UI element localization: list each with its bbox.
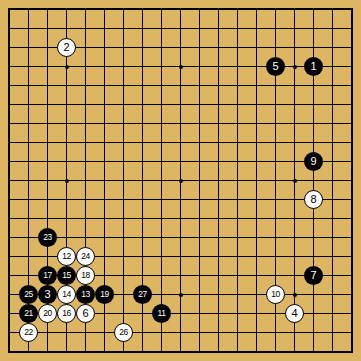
board-intersection[interactable] bbox=[38, 323, 57, 342]
board-intersection[interactable] bbox=[304, 228, 323, 247]
board-intersection[interactable] bbox=[342, 209, 361, 228]
board-intersection[interactable] bbox=[76, 0, 95, 19]
board-intersection[interactable] bbox=[228, 266, 247, 285]
board-intersection[interactable] bbox=[114, 133, 133, 152]
board-intersection[interactable] bbox=[19, 114, 38, 133]
board-intersection[interactable] bbox=[190, 304, 209, 323]
board-intersection[interactable] bbox=[266, 76, 285, 95]
board-intersection[interactable] bbox=[114, 152, 133, 171]
board-intersection[interactable] bbox=[152, 152, 171, 171]
board-intersection[interactable]: 9 bbox=[304, 152, 323, 171]
board-intersection[interactable] bbox=[95, 19, 114, 38]
board-intersection[interactable] bbox=[19, 171, 38, 190]
board-intersection[interactable] bbox=[285, 247, 304, 266]
board-intersection[interactable] bbox=[266, 209, 285, 228]
board-intersection[interactable] bbox=[133, 95, 152, 114]
board-intersection[interactable] bbox=[152, 285, 171, 304]
board-intersection[interactable] bbox=[114, 228, 133, 247]
board-intersection[interactable] bbox=[285, 76, 304, 95]
board-intersection[interactable] bbox=[342, 228, 361, 247]
board-intersection[interactable] bbox=[228, 76, 247, 95]
board-intersection[interactable] bbox=[247, 19, 266, 38]
board-intersection[interactable] bbox=[266, 152, 285, 171]
board-intersection[interactable] bbox=[190, 0, 209, 19]
board-intersection[interactable] bbox=[114, 342, 133, 361]
board-intersection[interactable] bbox=[95, 171, 114, 190]
board-intersection[interactable] bbox=[190, 247, 209, 266]
board-intersection[interactable] bbox=[95, 190, 114, 209]
board-intersection[interactable] bbox=[114, 285, 133, 304]
board-intersection[interactable] bbox=[19, 0, 38, 19]
board-intersection[interactable] bbox=[285, 0, 304, 19]
board-intersection[interactable] bbox=[209, 171, 228, 190]
board-intersection[interactable] bbox=[0, 190, 19, 209]
board-intersection[interactable] bbox=[76, 228, 95, 247]
board-intersection[interactable] bbox=[247, 133, 266, 152]
board-intersection[interactable] bbox=[19, 247, 38, 266]
board-intersection[interactable] bbox=[133, 342, 152, 361]
board-intersection[interactable] bbox=[228, 171, 247, 190]
board-intersection[interactable] bbox=[228, 114, 247, 133]
board-intersection[interactable] bbox=[57, 342, 76, 361]
board-intersection[interactable] bbox=[266, 19, 285, 38]
board-intersection[interactable] bbox=[342, 285, 361, 304]
board-intersection[interactable] bbox=[285, 133, 304, 152]
board-intersection[interactable] bbox=[209, 228, 228, 247]
board-intersection[interactable] bbox=[247, 304, 266, 323]
board-intersection[interactable] bbox=[0, 266, 19, 285]
board-intersection[interactable] bbox=[0, 76, 19, 95]
board-intersection[interactable]: 11 bbox=[152, 304, 171, 323]
board-intersection[interactable] bbox=[152, 19, 171, 38]
board-intersection[interactable] bbox=[171, 19, 190, 38]
board-intersection[interactable] bbox=[19, 38, 38, 57]
board-intersection[interactable] bbox=[133, 209, 152, 228]
board-intersection[interactable] bbox=[285, 114, 304, 133]
board-intersection[interactable] bbox=[76, 323, 95, 342]
board-intersection[interactable] bbox=[209, 209, 228, 228]
board-intersection[interactable] bbox=[57, 114, 76, 133]
board-intersection[interactable] bbox=[228, 0, 247, 19]
board-intersection[interactable] bbox=[152, 95, 171, 114]
board-intersection[interactable] bbox=[152, 114, 171, 133]
board-intersection[interactable]: 8 bbox=[304, 190, 323, 209]
board-intersection[interactable]: 21 bbox=[19, 304, 38, 323]
board-intersection[interactable] bbox=[304, 76, 323, 95]
board-intersection[interactable] bbox=[152, 209, 171, 228]
board-intersection[interactable] bbox=[190, 171, 209, 190]
board-intersection[interactable] bbox=[57, 190, 76, 209]
board-intersection[interactable] bbox=[323, 171, 342, 190]
board-intersection[interactable] bbox=[114, 19, 133, 38]
board-intersection[interactable]: 26 bbox=[114, 323, 133, 342]
board-intersection[interactable] bbox=[266, 304, 285, 323]
board-intersection[interactable] bbox=[209, 19, 228, 38]
board-intersection[interactable] bbox=[171, 228, 190, 247]
board-intersection[interactable] bbox=[209, 266, 228, 285]
board-intersection[interactable] bbox=[323, 152, 342, 171]
board-intersection[interactable] bbox=[19, 266, 38, 285]
board-intersection[interactable] bbox=[133, 57, 152, 76]
board-intersection[interactable] bbox=[114, 304, 133, 323]
board-intersection[interactable] bbox=[266, 171, 285, 190]
board-intersection[interactable] bbox=[266, 95, 285, 114]
board-intersection[interactable] bbox=[247, 190, 266, 209]
board-intersection[interactable] bbox=[76, 114, 95, 133]
board-intersection[interactable] bbox=[76, 342, 95, 361]
board-intersection[interactable] bbox=[285, 152, 304, 171]
board-intersection[interactable] bbox=[133, 266, 152, 285]
board-intersection[interactable]: 25 bbox=[19, 285, 38, 304]
board-intersection[interactable] bbox=[171, 323, 190, 342]
board-intersection[interactable] bbox=[152, 57, 171, 76]
board-intersection[interactable] bbox=[323, 323, 342, 342]
board-intersection[interactable] bbox=[0, 114, 19, 133]
board-intersection[interactable] bbox=[38, 38, 57, 57]
board-intersection[interactable] bbox=[0, 209, 19, 228]
board-intersection[interactable] bbox=[323, 133, 342, 152]
board-intersection[interactable] bbox=[209, 0, 228, 19]
board-intersection[interactable] bbox=[133, 228, 152, 247]
board-intersection[interactable] bbox=[247, 209, 266, 228]
board-intersection[interactable] bbox=[266, 190, 285, 209]
board-intersection[interactable] bbox=[266, 266, 285, 285]
board-intersection[interactable] bbox=[209, 342, 228, 361]
board-intersection[interactable] bbox=[247, 0, 266, 19]
board-intersection[interactable] bbox=[152, 190, 171, 209]
board-intersection[interactable] bbox=[133, 190, 152, 209]
board-intersection[interactable] bbox=[209, 95, 228, 114]
board-intersection[interactable] bbox=[247, 57, 266, 76]
board-intersection[interactable] bbox=[266, 228, 285, 247]
board-intersection[interactable] bbox=[19, 190, 38, 209]
board-intersection[interactable] bbox=[266, 323, 285, 342]
board-intersection[interactable] bbox=[266, 342, 285, 361]
board-intersection[interactable] bbox=[228, 228, 247, 247]
board-intersection[interactable] bbox=[304, 38, 323, 57]
board-intersection[interactable] bbox=[0, 247, 19, 266]
board-intersection[interactable] bbox=[152, 171, 171, 190]
board-intersection[interactable] bbox=[38, 133, 57, 152]
board-intersection[interactable] bbox=[190, 133, 209, 152]
board-intersection[interactable] bbox=[152, 133, 171, 152]
board-intersection[interactable] bbox=[76, 76, 95, 95]
board-intersection[interactable] bbox=[57, 228, 76, 247]
board-intersection[interactable] bbox=[285, 323, 304, 342]
board-intersection[interactable]: 10 bbox=[266, 285, 285, 304]
board-intersection[interactable] bbox=[247, 285, 266, 304]
board-intersection[interactable] bbox=[171, 247, 190, 266]
board-intersection[interactable] bbox=[228, 342, 247, 361]
board-intersection[interactable]: 17 bbox=[38, 266, 57, 285]
board-intersection[interactable] bbox=[304, 285, 323, 304]
board-intersection[interactable] bbox=[114, 0, 133, 19]
board-intersection[interactable] bbox=[76, 190, 95, 209]
board-intersection[interactable] bbox=[209, 152, 228, 171]
board-intersection[interactable] bbox=[304, 171, 323, 190]
board-intersection[interactable] bbox=[19, 133, 38, 152]
board-intersection[interactable] bbox=[228, 323, 247, 342]
board-intersection[interactable] bbox=[266, 114, 285, 133]
board-intersection[interactable] bbox=[342, 57, 361, 76]
board-intersection[interactable] bbox=[228, 57, 247, 76]
board-intersection[interactable] bbox=[133, 323, 152, 342]
board-intersection[interactable] bbox=[133, 76, 152, 95]
board-intersection[interactable] bbox=[57, 323, 76, 342]
board-intersection[interactable] bbox=[57, 76, 76, 95]
board-intersection[interactable]: 14 bbox=[57, 285, 76, 304]
board-intersection[interactable]: 6 bbox=[76, 304, 95, 323]
board-intersection[interactable] bbox=[323, 342, 342, 361]
board-intersection[interactable]: 27 bbox=[133, 285, 152, 304]
board-intersection[interactable]: 3 bbox=[38, 285, 57, 304]
board-intersection[interactable] bbox=[95, 76, 114, 95]
board-intersection[interactable] bbox=[95, 304, 114, 323]
board-intersection[interactable] bbox=[152, 266, 171, 285]
board-intersection[interactable] bbox=[342, 76, 361, 95]
board-intersection[interactable] bbox=[209, 57, 228, 76]
board-intersection[interactable] bbox=[342, 171, 361, 190]
board-intersection[interactable] bbox=[95, 133, 114, 152]
board-intersection[interactable] bbox=[209, 133, 228, 152]
board-intersection[interactable] bbox=[38, 114, 57, 133]
board-intersection[interactable] bbox=[228, 38, 247, 57]
board-intersection[interactable] bbox=[209, 114, 228, 133]
board-intersection[interactable] bbox=[190, 228, 209, 247]
board-intersection[interactable]: 1 bbox=[304, 57, 323, 76]
board-intersection[interactable] bbox=[95, 114, 114, 133]
board-intersection[interactable] bbox=[323, 0, 342, 19]
board-intersection[interactable] bbox=[114, 95, 133, 114]
board-intersection[interactable] bbox=[152, 0, 171, 19]
board-intersection[interactable] bbox=[209, 285, 228, 304]
board-intersection[interactable] bbox=[95, 247, 114, 266]
board-intersection[interactable] bbox=[133, 171, 152, 190]
board-intersection[interactable] bbox=[323, 76, 342, 95]
board-intersection[interactable] bbox=[323, 95, 342, 114]
board-intersection[interactable] bbox=[38, 19, 57, 38]
board-intersection[interactable] bbox=[171, 38, 190, 57]
board-intersection[interactable] bbox=[171, 152, 190, 171]
board-intersection[interactable] bbox=[38, 171, 57, 190]
board-intersection[interactable] bbox=[38, 152, 57, 171]
board-intersection[interactable] bbox=[285, 95, 304, 114]
board-intersection[interactable] bbox=[209, 76, 228, 95]
board-intersection[interactable] bbox=[171, 95, 190, 114]
board-intersection[interactable] bbox=[323, 247, 342, 266]
board-intersection[interactable] bbox=[38, 247, 57, 266]
board-intersection[interactable] bbox=[171, 76, 190, 95]
board-intersection[interactable] bbox=[323, 266, 342, 285]
board-intersection[interactable] bbox=[323, 57, 342, 76]
board-intersection[interactable] bbox=[57, 19, 76, 38]
board-intersection[interactable] bbox=[228, 209, 247, 228]
board-intersection[interactable] bbox=[228, 95, 247, 114]
board-intersection[interactable] bbox=[228, 304, 247, 323]
board-intersection[interactable] bbox=[19, 19, 38, 38]
board-intersection[interactable] bbox=[133, 133, 152, 152]
board-intersection[interactable] bbox=[285, 266, 304, 285]
board-intersection[interactable] bbox=[95, 342, 114, 361]
board-intersection[interactable] bbox=[247, 228, 266, 247]
board-intersection[interactable] bbox=[285, 19, 304, 38]
board-intersection[interactable] bbox=[247, 266, 266, 285]
board-intersection[interactable]: 24 bbox=[76, 247, 95, 266]
board-intersection[interactable] bbox=[95, 38, 114, 57]
board-intersection[interactable] bbox=[133, 0, 152, 19]
board-intersection[interactable] bbox=[152, 342, 171, 361]
board-intersection[interactable] bbox=[38, 209, 57, 228]
board-intersection[interactable] bbox=[114, 190, 133, 209]
board-intersection[interactable] bbox=[76, 19, 95, 38]
board-intersection[interactable] bbox=[171, 0, 190, 19]
board-intersection[interactable] bbox=[133, 304, 152, 323]
board-intersection[interactable] bbox=[209, 38, 228, 57]
board-intersection[interactable] bbox=[19, 76, 38, 95]
board-intersection[interactable]: 18 bbox=[76, 266, 95, 285]
board-intersection[interactable] bbox=[304, 133, 323, 152]
board-intersection[interactable] bbox=[171, 114, 190, 133]
board-intersection[interactable] bbox=[152, 247, 171, 266]
board-intersection[interactable]: 23 bbox=[38, 228, 57, 247]
board-intersection[interactable] bbox=[342, 114, 361, 133]
board-intersection[interactable] bbox=[171, 190, 190, 209]
board-intersection[interactable] bbox=[247, 114, 266, 133]
board-intersection[interactable] bbox=[152, 323, 171, 342]
board-intersection[interactable] bbox=[247, 323, 266, 342]
board-intersection[interactable]: 19 bbox=[95, 285, 114, 304]
board-intersection[interactable] bbox=[38, 190, 57, 209]
board-intersection[interactable]: 5 bbox=[266, 57, 285, 76]
board-intersection[interactable] bbox=[0, 342, 19, 361]
board-intersection[interactable] bbox=[114, 38, 133, 57]
board-intersection[interactable] bbox=[171, 304, 190, 323]
board-intersection[interactable] bbox=[190, 323, 209, 342]
board-intersection[interactable] bbox=[114, 209, 133, 228]
board-intersection[interactable] bbox=[38, 0, 57, 19]
board-intersection[interactable] bbox=[0, 304, 19, 323]
board-intersection[interactable] bbox=[95, 266, 114, 285]
board-intersection[interactable] bbox=[190, 114, 209, 133]
board-intersection[interactable] bbox=[209, 190, 228, 209]
board-intersection[interactable] bbox=[304, 0, 323, 19]
board-intersection[interactable] bbox=[133, 247, 152, 266]
board-intersection[interactable] bbox=[171, 266, 190, 285]
board-intersection[interactable] bbox=[0, 228, 19, 247]
board-intersection[interactable] bbox=[266, 247, 285, 266]
board-intersection[interactable] bbox=[285, 190, 304, 209]
board-intersection[interactable] bbox=[114, 57, 133, 76]
board-intersection[interactable] bbox=[342, 19, 361, 38]
board-intersection[interactable] bbox=[209, 323, 228, 342]
board-intersection[interactable] bbox=[342, 0, 361, 19]
board-intersection[interactable] bbox=[76, 152, 95, 171]
board-intersection[interactable]: 16 bbox=[57, 304, 76, 323]
board-intersection[interactable] bbox=[266, 133, 285, 152]
board-intersection[interactable]: 22 bbox=[19, 323, 38, 342]
board-intersection[interactable] bbox=[0, 57, 19, 76]
board-intersection[interactable] bbox=[190, 38, 209, 57]
board-intersection[interactable] bbox=[323, 114, 342, 133]
board-intersection[interactable] bbox=[95, 57, 114, 76]
board-intersection[interactable] bbox=[152, 38, 171, 57]
board-intersection[interactable] bbox=[95, 152, 114, 171]
board-intersection[interactable] bbox=[171, 209, 190, 228]
board-intersection[interactable] bbox=[304, 114, 323, 133]
board-intersection[interactable] bbox=[228, 19, 247, 38]
board-intersection[interactable] bbox=[342, 95, 361, 114]
board-intersection[interactable] bbox=[114, 114, 133, 133]
board-intersection[interactable] bbox=[76, 38, 95, 57]
board-intersection[interactable] bbox=[190, 57, 209, 76]
board-intersection[interactable] bbox=[38, 76, 57, 95]
board-intersection[interactable] bbox=[304, 304, 323, 323]
board-intersection[interactable] bbox=[266, 38, 285, 57]
board-intersection[interactable] bbox=[342, 304, 361, 323]
board-intersection[interactable] bbox=[171, 342, 190, 361]
board-intersection[interactable] bbox=[57, 95, 76, 114]
board-intersection[interactable] bbox=[133, 152, 152, 171]
board-intersection[interactable] bbox=[38, 342, 57, 361]
board-intersection[interactable] bbox=[323, 190, 342, 209]
board-intersection[interactable] bbox=[133, 38, 152, 57]
board-intersection[interactable] bbox=[152, 228, 171, 247]
board-intersection[interactable] bbox=[323, 304, 342, 323]
board-intersection[interactable] bbox=[304, 95, 323, 114]
board-intersection[interactable] bbox=[0, 133, 19, 152]
board-intersection[interactable] bbox=[304, 19, 323, 38]
board-intersection[interactable] bbox=[323, 38, 342, 57]
board-intersection[interactable]: 2 bbox=[57, 38, 76, 57]
board-intersection[interactable] bbox=[190, 152, 209, 171]
board-intersection[interactable] bbox=[76, 95, 95, 114]
board-intersection[interactable] bbox=[0, 323, 19, 342]
board-intersection[interactable] bbox=[152, 76, 171, 95]
board-intersection[interactable] bbox=[114, 76, 133, 95]
board-intersection[interactable] bbox=[190, 76, 209, 95]
board-intersection[interactable] bbox=[95, 228, 114, 247]
board-intersection[interactable] bbox=[190, 95, 209, 114]
board-intersection[interactable] bbox=[247, 342, 266, 361]
board-intersection[interactable] bbox=[228, 152, 247, 171]
board-intersection[interactable] bbox=[190, 342, 209, 361]
board-intersection[interactable] bbox=[209, 247, 228, 266]
board-intersection[interactable] bbox=[76, 209, 95, 228]
board-intersection[interactable] bbox=[57, 0, 76, 19]
board-intersection[interactable] bbox=[247, 152, 266, 171]
board-intersection[interactable] bbox=[304, 323, 323, 342]
board-intersection[interactable] bbox=[342, 38, 361, 57]
board-intersection[interactable] bbox=[342, 190, 361, 209]
board-intersection[interactable] bbox=[76, 171, 95, 190]
board-intersection[interactable] bbox=[95, 95, 114, 114]
board-intersection[interactable] bbox=[19, 209, 38, 228]
board-intersection[interactable] bbox=[342, 266, 361, 285]
board-intersection[interactable] bbox=[342, 342, 361, 361]
board-intersection[interactable] bbox=[95, 209, 114, 228]
board-intersection[interactable] bbox=[19, 57, 38, 76]
board-intersection[interactable] bbox=[209, 304, 228, 323]
board-intersection[interactable] bbox=[304, 247, 323, 266]
board-intersection[interactable]: 15 bbox=[57, 266, 76, 285]
board-intersection[interactable] bbox=[57, 133, 76, 152]
board-intersection[interactable] bbox=[133, 19, 152, 38]
board-intersection[interactable] bbox=[247, 76, 266, 95]
board-intersection[interactable] bbox=[0, 95, 19, 114]
board-intersection[interactable] bbox=[95, 0, 114, 19]
board-intersection[interactable] bbox=[190, 285, 209, 304]
board-intersection[interactable] bbox=[190, 209, 209, 228]
